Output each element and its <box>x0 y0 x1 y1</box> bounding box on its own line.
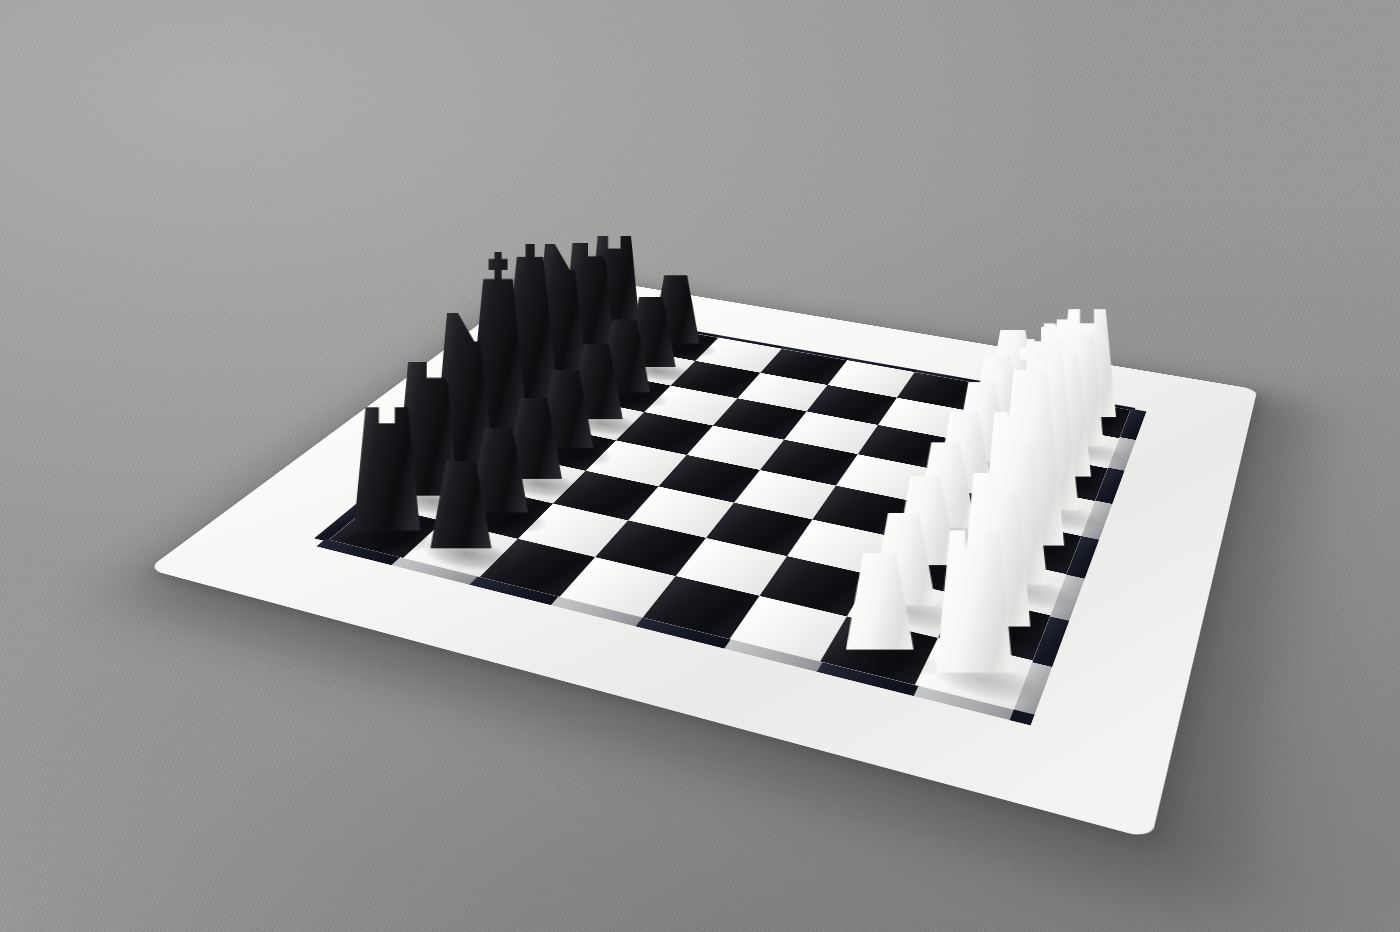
photo-canvas: { "game": "chess", "scene_title": "Minim… <box>0 0 1400 932</box>
chessboard: ♜♞♝♛♚♝♞♜♟♟♟♟♟♟♟♟♙♙♙♙♙♙♙♙♖♘♗♕♔♗♘♖ <box>147 272 1257 840</box>
